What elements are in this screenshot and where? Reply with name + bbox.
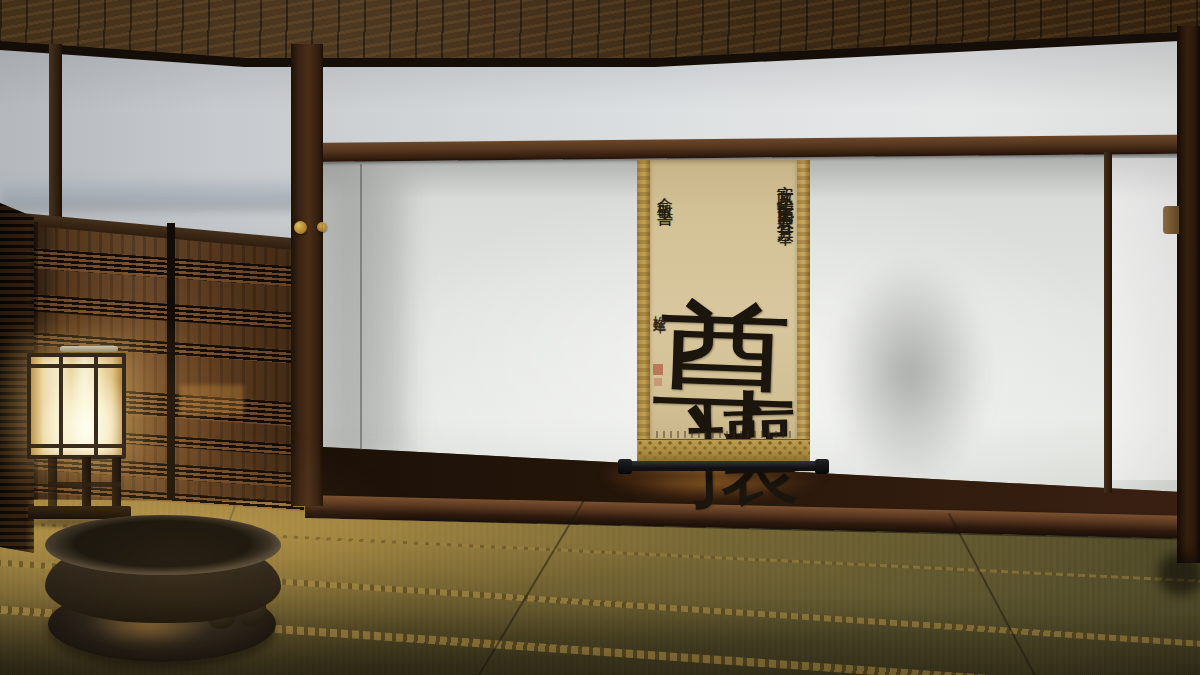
photo-vignette [0,0,1200,675]
temple-room-photo: 尊 攘 安政三年龍集丙辰春二月奉 命敬書 松延年 [0,0,1200,675]
